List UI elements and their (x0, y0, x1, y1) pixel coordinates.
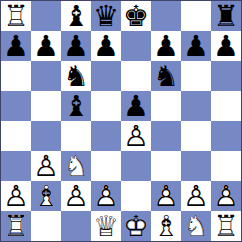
white-piece-outline-layer: ♗ (31, 181, 61, 211)
square-c4[interactable] (61, 121, 91, 151)
square-f7[interactable]: ♟ (151, 31, 181, 61)
square-d4[interactable] (91, 121, 121, 151)
piece-black-pawn[interactable]: ♟ (91, 31, 121, 61)
square-b7[interactable]: ♟ (31, 31, 61, 61)
square-g5[interactable] (181, 91, 211, 121)
square-h5[interactable] (211, 91, 241, 121)
white-piece-outline-layer: ♘ (181, 211, 211, 241)
white-piece-outline-layer: ♔ (121, 211, 151, 241)
square-a2[interactable]: ♟♙ (1, 181, 31, 211)
white-piece-outline-layer: ♙ (181, 181, 211, 211)
piece-black-pawn[interactable]: ♟ (211, 31, 241, 61)
square-h3[interactable] (211, 151, 241, 181)
piece-white-rook[interactable]: ♜♖ (211, 211, 241, 241)
square-d6[interactable] (91, 61, 121, 91)
piece-white-rook[interactable]: ♜♖ (1, 211, 31, 241)
piece-white-pawn[interactable]: ♟♙ (1, 181, 31, 211)
square-c1[interactable] (61, 211, 91, 241)
piece-white-pawn[interactable]: ♟♙ (31, 151, 61, 181)
piece-black-pawn[interactable]: ♟ (151, 31, 181, 61)
piece-black-queen[interactable]: ♛ (91, 1, 121, 31)
square-c7[interactable]: ♟ (61, 31, 91, 61)
piece-white-pawn[interactable]: ♟♙ (61, 181, 91, 211)
square-b8[interactable] (31, 1, 61, 31)
white-piece-outline-layer: ♘ (61, 151, 91, 181)
piece-black-pawn[interactable]: ♟ (1, 31, 31, 61)
square-g7[interactable]: ♟ (181, 31, 211, 61)
square-b2[interactable]: ♝♗ (31, 181, 61, 211)
square-e7[interactable] (121, 31, 151, 61)
white-piece-outline-layer: ♙ (151, 181, 181, 211)
white-piece-outline-layer: ♙ (91, 181, 121, 211)
square-e2[interactable] (121, 181, 151, 211)
square-d3[interactable] (91, 151, 121, 181)
square-d7[interactable]: ♟ (91, 31, 121, 61)
square-e8[interactable]: ♚ (121, 1, 151, 31)
piece-black-rook[interactable]: ♜ (211, 1, 241, 31)
square-a1[interactable]: ♜♖ (1, 211, 31, 241)
square-c8[interactable]: ♝ (61, 1, 91, 31)
square-g6[interactable] (181, 61, 211, 91)
square-e6[interactable] (121, 61, 151, 91)
square-a6[interactable] (1, 61, 31, 91)
piece-white-bishop[interactable]: ♝♗ (31, 181, 61, 211)
piece-white-knight[interactable]: ♞♘ (181, 211, 211, 241)
square-a8[interactable]: ♜♖ (1, 1, 31, 31)
square-e1[interactable]: ♚♔ (121, 211, 151, 241)
white-piece-outline-layer: ♕ (91, 211, 121, 241)
square-f3[interactable] (151, 151, 181, 181)
square-b3[interactable]: ♟♙ (31, 151, 61, 181)
piece-black-bishop[interactable]: ♝ (61, 91, 91, 121)
white-piece-outline-layer: ♗ (151, 211, 181, 241)
square-h8[interactable]: ♜ (211, 1, 241, 31)
square-g2[interactable]: ♟♙ (181, 181, 211, 211)
square-h7[interactable]: ♟ (211, 31, 241, 61)
piece-black-king[interactable]: ♚ (121, 1, 151, 31)
square-d5[interactable] (91, 91, 121, 121)
square-h6[interactable] (211, 61, 241, 91)
square-g8[interactable] (181, 1, 211, 31)
square-c2[interactable]: ♟♙ (61, 181, 91, 211)
piece-black-pawn[interactable]: ♟ (31, 31, 61, 61)
piece-white-king[interactable]: ♚♔ (121, 211, 151, 241)
piece-white-pawn[interactable]: ♟♙ (91, 181, 121, 211)
square-f2[interactable]: ♟♙ (151, 181, 181, 211)
square-h2[interactable]: ♟♙ (211, 181, 241, 211)
piece-white-knight[interactable]: ♞♘ (61, 151, 91, 181)
piece-white-bishop[interactable]: ♝♗ (151, 211, 181, 241)
square-c3[interactable]: ♞♘ (61, 151, 91, 181)
square-g1[interactable]: ♞♘ (181, 211, 211, 241)
white-piece-outline-layer: ♖ (1, 211, 31, 241)
piece-white-pawn[interactable]: ♟♙ (151, 181, 181, 211)
piece-white-queen[interactable]: ♛♕ (91, 211, 121, 241)
white-piece-outline-layer: ♙ (61, 181, 91, 211)
piece-black-knight[interactable]: ♞ (61, 61, 91, 91)
white-piece-outline-layer: ♙ (211, 181, 241, 211)
piece-white-pawn[interactable]: ♟♙ (181, 181, 211, 211)
square-e5[interactable]: ♟ (121, 91, 151, 121)
square-f8[interactable] (151, 1, 181, 31)
square-a3[interactable] (1, 151, 31, 181)
square-h1[interactable]: ♜♖ (211, 211, 241, 241)
square-f6[interactable]: ♞ (151, 61, 181, 91)
square-b4[interactable] (31, 121, 61, 151)
square-d2[interactable]: ♟♙ (91, 181, 121, 211)
piece-black-knight[interactable]: ♞ (151, 61, 181, 91)
chess-board: ♜♖♝♛♚♜♟♟♟♟♟♟♟♞♞♝♟♟♙♟♙♞♘♟♙♝♗♟♙♟♙♟♙♟♙♟♙♜♖♛… (0, 0, 242, 242)
piece-white-pawn[interactable]: ♟♙ (121, 121, 151, 151)
square-g3[interactable] (181, 151, 211, 181)
square-d8[interactable]: ♛ (91, 1, 121, 31)
piece-white-pawn[interactable]: ♟♙ (211, 181, 241, 211)
square-c6[interactable]: ♞ (61, 61, 91, 91)
piece-black-pawn[interactable]: ♟ (181, 31, 211, 61)
square-a4[interactable] (1, 121, 31, 151)
piece-black-pawn[interactable]: ♟ (61, 31, 91, 61)
square-c5[interactable]: ♝ (61, 91, 91, 121)
square-f4[interactable] (151, 121, 181, 151)
square-a7[interactable]: ♟ (1, 31, 31, 61)
square-e3[interactable] (121, 151, 151, 181)
white-piece-outline-layer: ♙ (31, 151, 61, 181)
square-f5[interactable] (151, 91, 181, 121)
piece-white-rook[interactable]: ♜♖ (1, 1, 31, 31)
square-a5[interactable] (1, 91, 31, 121)
white-piece-outline-layer: ♙ (121, 121, 151, 151)
white-piece-outline-layer: ♖ (211, 211, 241, 241)
square-b1[interactable] (31, 211, 61, 241)
square-h4[interactable] (211, 121, 241, 151)
square-d1[interactable]: ♛♕ (91, 211, 121, 241)
white-piece-outline-layer: ♖ (1, 1, 31, 31)
square-g4[interactable] (181, 121, 211, 151)
square-b6[interactable] (31, 61, 61, 91)
white-piece-outline-layer: ♙ (1, 181, 31, 211)
square-b5[interactable] (31, 91, 61, 121)
piece-black-bishop[interactable]: ♝ (61, 1, 91, 31)
piece-black-pawn[interactable]: ♟ (121, 91, 151, 121)
square-e4[interactable]: ♟♙ (121, 121, 151, 151)
square-f1[interactable]: ♝♗ (151, 211, 181, 241)
